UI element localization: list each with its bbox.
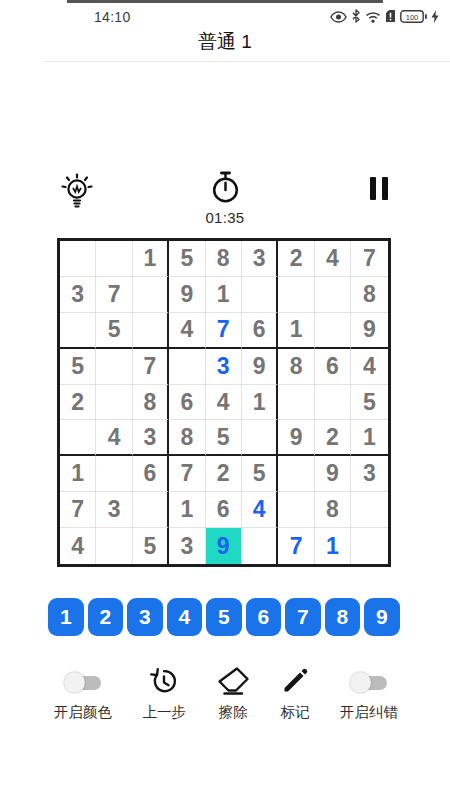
cell-r9c1[interactable]: 4 (60, 528, 96, 564)
cell-r3c2[interactable]: 5 (96, 313, 132, 349)
cell-r6c2[interactable]: 4 (96, 420, 132, 456)
cell-r3c6[interactable]: 6 (242, 313, 278, 349)
sudoku-board: 1583247379185476195739864286415438592116… (57, 238, 391, 567)
cell-r8c7[interactable] (278, 492, 314, 528)
eraser-icon (216, 666, 250, 700)
numpad-button-3[interactable]: 3 (127, 598, 163, 636)
cell-r9c5[interactable]: 9 (206, 528, 242, 564)
toolbar: 01:35 (0, 171, 450, 223)
cell-r7c2[interactable] (96, 456, 132, 492)
cell-r8c1[interactable]: 7 (60, 492, 96, 528)
cell-r1c7[interactable]: 2 (278, 241, 314, 277)
erase-control[interactable]: 擦除 (216, 666, 250, 722)
cell-r9c8[interactable]: 1 (315, 528, 351, 564)
numpad-button-9[interactable]: 9 (364, 598, 400, 636)
timer-value: 01:35 (0, 209, 450, 226)
cell-r1c8[interactable]: 4 (315, 241, 351, 277)
cell-r3c5[interactable]: 7 (206, 313, 242, 349)
numpad-button-7[interactable]: 7 (285, 598, 321, 636)
numpad-button-5[interactable]: 5 (206, 598, 242, 636)
status-bar: 14:10 100 (0, 7, 450, 27)
cell-r9c2[interactable] (96, 528, 132, 564)
pause-button[interactable] (370, 177, 388, 200)
cell-r3c4[interactable]: 4 (169, 313, 205, 349)
undo-control[interactable]: 上一步 (142, 666, 186, 722)
sim-alert-icon (385, 9, 396, 27)
cell-r1c9[interactable]: 7 (351, 241, 387, 277)
status-icons: 100 (330, 9, 439, 27)
undo-label: 上一步 (142, 703, 186, 722)
cell-r8c4[interactable]: 1 (169, 492, 205, 528)
cell-r6c5[interactable]: 5 (206, 420, 242, 456)
numpad-button-8[interactable]: 8 (325, 598, 361, 636)
numpad: 123456789 (48, 598, 400, 636)
cell-r8c9[interactable] (351, 492, 387, 528)
numpad-button-6[interactable]: 6 (246, 598, 282, 636)
cell-r2c4[interactable]: 9 (169, 277, 205, 313)
cell-r2c6[interactable] (242, 277, 278, 313)
cell-r8c8[interactable]: 8 (315, 492, 351, 528)
cell-r8c6[interactable]: 4 (242, 492, 278, 528)
cell-r8c5[interactable]: 6 (206, 492, 242, 528)
cell-r3c7[interactable]: 1 (278, 313, 314, 349)
cell-r9c4[interactable]: 3 (169, 528, 205, 564)
cell-r6c3[interactable]: 3 (133, 420, 169, 456)
cell-r7c8[interactable]: 9 (315, 456, 351, 492)
cell-r5c7[interactable] (278, 385, 314, 421)
cell-r9c9[interactable] (351, 528, 387, 564)
cell-r4c2[interactable] (96, 349, 132, 385)
numpad-button-4[interactable]: 4 (167, 598, 203, 636)
battery-icon: 100 (400, 9, 427, 27)
cell-r7c3[interactable]: 6 (133, 456, 169, 492)
cell-r4c5[interactable]: 3 (206, 349, 242, 385)
cell-r2c1[interactable]: 3 (60, 277, 96, 313)
cell-r6c6[interactable] (242, 420, 278, 456)
stopwatch-icon (210, 190, 241, 207)
cell-r1c1[interactable] (60, 241, 96, 277)
cell-r3c3[interactable] (133, 313, 169, 349)
cell-r9c7[interactable]: 7 (278, 528, 314, 564)
color-toggle-control: 开启颜色 (54, 666, 112, 722)
cell-r7c5[interactable]: 2 (206, 456, 242, 492)
cell-r2c7[interactable] (278, 277, 314, 313)
cell-r2c2[interactable]: 7 (96, 277, 132, 313)
wifi-icon (365, 9, 381, 27)
cell-r3c9[interactable]: 9 (351, 313, 387, 349)
cell-r8c3[interactable] (133, 492, 169, 528)
sudoku-app-screen: 14:10 100 普通 1 01:35 1583247379185476195… (0, 0, 450, 800)
cell-r2c5[interactable]: 1 (206, 277, 242, 313)
svg-text:100: 100 (406, 13, 419, 22)
cell-r2c9[interactable]: 8 (351, 277, 387, 313)
cell-r2c3[interactable] (133, 277, 169, 313)
cell-r8c2[interactable]: 3 (96, 492, 132, 528)
cell-r4c3[interactable]: 7 (133, 349, 169, 385)
cell-r6c1[interactable] (60, 420, 96, 456)
charging-icon (431, 9, 439, 27)
cell-r5c6[interactable]: 1 (242, 385, 278, 421)
color-toggle-label: 开启颜色 (54, 703, 112, 722)
cell-r1c3[interactable]: 1 (133, 241, 169, 277)
bluetooth-icon (351, 9, 361, 27)
error-toggle-control: 开启纠错 (340, 666, 398, 722)
page-title: 普通 1 (0, 29, 450, 55)
cell-r7c7[interactable] (278, 456, 314, 492)
cell-r4c6[interactable]: 9 (242, 349, 278, 385)
cell-r4c4[interactable] (169, 349, 205, 385)
cell-r4c7[interactable]: 8 (278, 349, 314, 385)
status-time: 14:10 (94, 9, 131, 25)
pencil-icon (281, 667, 309, 699)
cell-r1c6[interactable]: 3 (242, 241, 278, 277)
eye-icon (330, 9, 347, 27)
erase-label: 擦除 (219, 703, 248, 722)
header-divider (44, 61, 450, 62)
cell-r5c5[interactable]: 4 (206, 385, 242, 421)
cell-r9c6[interactable] (242, 528, 278, 564)
mark-control[interactable]: 标记 (281, 666, 310, 722)
cell-r4c8[interactable]: 6 (315, 349, 351, 385)
cell-r3c1[interactable] (60, 313, 96, 349)
cell-r4c9[interactable]: 4 (351, 349, 387, 385)
cell-r7c1[interactable]: 1 (60, 456, 96, 492)
cell-r7c9[interactable]: 3 (351, 456, 387, 492)
cell-r6c9[interactable]: 1 (351, 420, 387, 456)
toggle-knob (350, 672, 371, 693)
mark-label: 标记 (281, 703, 310, 722)
cell-r7c6[interactable]: 5 (242, 456, 278, 492)
cell-r6c4[interactable]: 8 (169, 420, 205, 456)
cell-r3c8[interactable] (315, 313, 351, 349)
cell-r5c1[interactable]: 2 (60, 385, 96, 421)
cell-r6c8[interactable]: 2 (315, 420, 351, 456)
cell-r5c8[interactable] (315, 385, 351, 421)
bottom-controls: 开启颜色 上一步 擦除 标记 (0, 666, 450, 722)
error-toggle-label: 开启纠错 (340, 703, 398, 722)
cell-r2c8[interactable] (315, 277, 351, 313)
pause-icon (382, 177, 388, 200)
cell-r1c4[interactable]: 5 (169, 241, 205, 277)
cell-r9c3[interactable]: 5 (133, 528, 169, 564)
cell-r1c2[interactable] (96, 241, 132, 277)
toggle-knob (64, 672, 85, 693)
cell-r1c5[interactable]: 8 (206, 241, 242, 277)
cell-r4c1[interactable]: 5 (60, 349, 96, 385)
screen-notch-bar (67, 0, 383, 3)
error-toggle-switch[interactable] (350, 672, 388, 693)
cell-r6c7[interactable]: 9 (278, 420, 314, 456)
cell-r5c2[interactable] (96, 385, 132, 421)
numpad-button-1[interactable]: 1 (48, 598, 84, 636)
cell-r5c3[interactable]: 8 (133, 385, 169, 421)
cell-r5c4[interactable]: 6 (169, 385, 205, 421)
pause-icon (370, 177, 376, 200)
undo-history-icon (148, 665, 180, 701)
cell-r7c4[interactable]: 7 (169, 456, 205, 492)
color-toggle-switch[interactable] (64, 672, 102, 693)
cell-r5c9[interactable]: 5 (351, 385, 387, 421)
numpad-button-2[interactable]: 2 (88, 598, 124, 636)
